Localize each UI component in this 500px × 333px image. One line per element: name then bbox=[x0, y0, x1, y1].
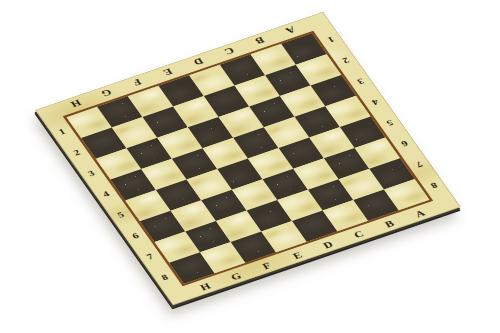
chessboard: HGFEDCBA HGFEDCBA 12345678 12345678 bbox=[35, 12, 461, 306]
photo-background: HGFEDCBA HGFEDCBA 12345678 12345678 bbox=[0, 0, 500, 333]
board-frame bbox=[63, 31, 433, 286]
board-grid bbox=[67, 33, 430, 283]
